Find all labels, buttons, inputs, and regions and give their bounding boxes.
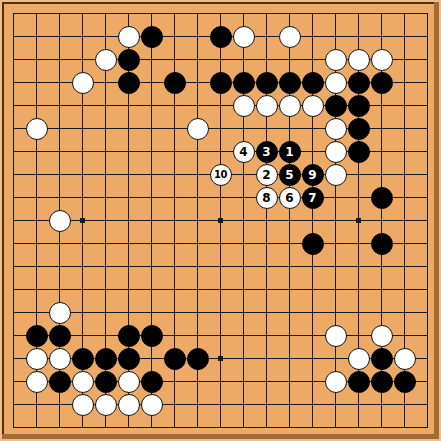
board-bevel-left <box>2 2 4 439</box>
stone-white <box>325 164 347 186</box>
stone-white <box>279 26 301 48</box>
stone-white <box>348 49 370 71</box>
stone-black <box>348 141 370 163</box>
stone-black <box>141 371 163 393</box>
star-point <box>356 218 361 223</box>
move-6-stone-white: 6 <box>279 187 301 209</box>
stone-black <box>348 118 370 140</box>
stone-black <box>95 348 117 370</box>
stone-black <box>141 325 163 347</box>
stone-white <box>233 26 255 48</box>
move-number: 5 <box>285 169 293 181</box>
move-number: 10 <box>214 170 227 180</box>
star-point <box>218 356 223 361</box>
stone-white <box>348 348 370 370</box>
board-bevel-bottom <box>2 434 439 439</box>
stone-white <box>187 118 209 140</box>
stone-black <box>210 72 232 94</box>
stone-black <box>118 348 140 370</box>
stone-white <box>118 26 140 48</box>
stone-black <box>394 371 416 393</box>
stone-black <box>26 325 48 347</box>
stone-white <box>325 141 347 163</box>
stone-white <box>95 394 117 416</box>
stone-white <box>118 394 140 416</box>
stone-black <box>256 72 278 94</box>
board-bevel-top <box>2 2 439 4</box>
stone-black <box>348 371 370 393</box>
stone-black <box>325 95 347 117</box>
stone-white <box>302 95 324 117</box>
stone-white <box>325 118 347 140</box>
move-5-stone-black: 5 <box>279 164 301 186</box>
stone-black <box>118 72 140 94</box>
stone-white <box>394 348 416 370</box>
stone-white <box>233 95 255 117</box>
move-number: 1 <box>285 146 293 158</box>
stone-black <box>141 26 163 48</box>
board-grid: 43110259867 <box>13 13 428 428</box>
stone-black <box>233 72 255 94</box>
move-number: 8 <box>262 192 270 204</box>
stone-black <box>371 371 393 393</box>
stone-white <box>371 49 393 71</box>
stone-black <box>164 348 186 370</box>
stone-white <box>72 394 94 416</box>
stone-black <box>164 72 186 94</box>
stone-black <box>371 72 393 94</box>
stone-white <box>279 95 301 117</box>
stone-white <box>26 348 48 370</box>
stone-black <box>279 72 301 94</box>
stone-white <box>141 394 163 416</box>
stone-white <box>49 210 71 232</box>
move-8-stone-white: 8 <box>256 187 278 209</box>
star-point <box>218 218 223 223</box>
stone-white <box>371 325 393 347</box>
stone-black <box>371 348 393 370</box>
stone-white <box>325 371 347 393</box>
move-10-stone-white: 10 <box>210 164 232 186</box>
move-number: 3 <box>262 146 270 158</box>
move-2-stone-white: 2 <box>256 164 278 186</box>
go-board-diagram: 43110259867 <box>0 0 441 441</box>
stone-white <box>118 371 140 393</box>
stone-black <box>348 95 370 117</box>
stone-white <box>26 371 48 393</box>
move-number: 2 <box>262 169 270 181</box>
stone-white <box>325 325 347 347</box>
stone-white <box>49 348 71 370</box>
stone-black <box>371 187 393 209</box>
stone-white <box>325 72 347 94</box>
move-number: 4 <box>239 146 247 158</box>
stone-black <box>49 371 71 393</box>
move-1-stone-black: 1 <box>279 141 301 163</box>
stone-black <box>187 348 209 370</box>
stone-white <box>72 371 94 393</box>
stone-black <box>348 72 370 94</box>
stone-black <box>95 371 117 393</box>
stone-black <box>302 233 324 255</box>
move-number: 6 <box>285 192 293 204</box>
stone-white <box>325 49 347 71</box>
stone-black <box>302 72 324 94</box>
move-4-stone-white: 4 <box>233 141 255 163</box>
star-point <box>80 218 85 223</box>
stone-black <box>118 325 140 347</box>
move-3-stone-black: 3 <box>256 141 278 163</box>
stone-black <box>371 233 393 255</box>
stone-black <box>210 26 232 48</box>
move-9-stone-black: 9 <box>302 164 324 186</box>
stone-white <box>72 72 94 94</box>
move-number: 9 <box>308 169 316 181</box>
stone-white <box>256 95 278 117</box>
board-bevel-right <box>434 2 439 439</box>
stone-white <box>95 49 117 71</box>
stone-black <box>72 348 94 370</box>
stone-black <box>49 325 71 347</box>
stone-black <box>118 49 140 71</box>
move-7-stone-black: 7 <box>302 187 324 209</box>
stone-white <box>49 302 71 324</box>
stone-white <box>26 118 48 140</box>
move-number: 7 <box>308 192 316 204</box>
